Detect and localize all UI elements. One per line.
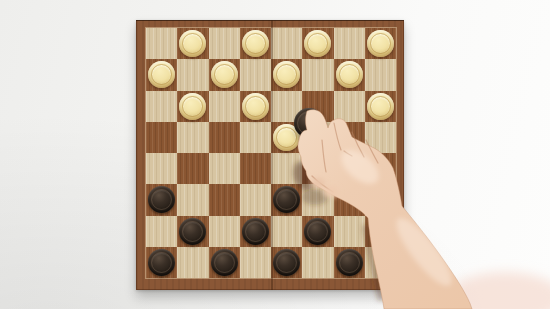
square-r5c3[interactable] (209, 153, 240, 184)
dark-piece-r8c3[interactable] (211, 249, 238, 276)
square-r2c8[interactable] (365, 59, 396, 90)
light-piece-r2c5[interactable] (273, 61, 300, 88)
square-r3c8[interactable] (365, 91, 396, 122)
square-r8c5[interactable] (271, 247, 302, 278)
square-r2c6[interactable] (302, 59, 333, 90)
square-r4c1[interactable] (146, 122, 177, 153)
square-r7c2[interactable] (177, 216, 208, 247)
square-r7c7[interactable] (334, 216, 365, 247)
square-r4c2[interactable] (177, 122, 208, 153)
light-piece-r2c7[interactable] (336, 61, 363, 88)
square-r2c2[interactable] (177, 59, 208, 90)
square-r5c6[interactable] (302, 153, 333, 184)
square-r2c3[interactable] (209, 59, 240, 90)
square-r6c3[interactable] (209, 184, 240, 215)
square-r1c8[interactable] (365, 28, 396, 59)
square-r1c1[interactable] (146, 28, 177, 59)
square-r5c7[interactable] (334, 153, 365, 184)
light-piece-r1c6[interactable] (304, 30, 331, 57)
dark-piece-r7c6[interactable] (304, 218, 331, 245)
light-piece-r3c2[interactable] (179, 93, 206, 120)
square-r2c5[interactable] (271, 59, 302, 90)
square-r5c4[interactable] (240, 153, 271, 184)
light-piece-r1c4[interactable] (242, 30, 269, 57)
square-r6c5[interactable] (271, 184, 302, 215)
square-r8c2[interactable] (177, 247, 208, 278)
square-r8c8[interactable] (365, 247, 396, 278)
light-piece-r3c4[interactable] (242, 93, 269, 120)
dark-piece-r8c7[interactable] (336, 249, 363, 276)
square-r4c4[interactable] (240, 122, 271, 153)
square-r8c7[interactable] (334, 247, 365, 278)
dark-piece-r7c4[interactable] (242, 218, 269, 245)
board-fold-seam (271, 20, 273, 290)
square-r4c3[interactable] (209, 122, 240, 153)
square-r4c7[interactable] (334, 122, 365, 153)
square-r3c2[interactable] (177, 91, 208, 122)
square-r6c7[interactable] (334, 184, 365, 215)
light-piece-r2c1[interactable] (148, 61, 175, 88)
square-r3c7[interactable] (334, 91, 365, 122)
square-r3c3[interactable] (209, 91, 240, 122)
square-r8c1[interactable] (146, 247, 177, 278)
square-r1c6[interactable] (302, 28, 333, 59)
square-r5c8[interactable] (365, 153, 396, 184)
dark-piece-r8c5[interactable] (273, 249, 300, 276)
checkers-board (136, 20, 404, 290)
square-r8c6[interactable] (302, 247, 333, 278)
light-piece-r3c8[interactable] (367, 93, 394, 120)
dark-piece-r6c1[interactable] (148, 186, 175, 213)
square-r2c4[interactable] (240, 59, 271, 90)
held-dark-piece[interactable] (294, 108, 324, 138)
square-r8c4[interactable] (240, 247, 271, 278)
light-piece-r2c3[interactable] (211, 61, 238, 88)
square-r6c8[interactable] (365, 184, 396, 215)
square-r6c1[interactable] (146, 184, 177, 215)
square-r6c6[interactable] (302, 184, 333, 215)
square-r3c4[interactable] (240, 91, 271, 122)
square-r1c5[interactable] (271, 28, 302, 59)
scene (0, 0, 550, 309)
dark-piece-r7c2[interactable] (179, 218, 206, 245)
square-r1c4[interactable] (240, 28, 271, 59)
square-r1c3[interactable] (209, 28, 240, 59)
light-piece-r1c8[interactable] (367, 30, 394, 57)
square-r7c5[interactable] (271, 216, 302, 247)
dark-piece-r8c1[interactable] (148, 249, 175, 276)
square-r5c1[interactable] (146, 153, 177, 184)
square-r7c6[interactable] (302, 216, 333, 247)
square-r7c3[interactable] (209, 216, 240, 247)
square-r2c1[interactable] (146, 59, 177, 90)
square-r6c2[interactable] (177, 184, 208, 215)
dark-piece-r6c5[interactable] (273, 186, 300, 213)
square-r3c1[interactable] (146, 91, 177, 122)
light-piece-r1c2[interactable] (179, 30, 206, 57)
square-r7c8[interactable] (365, 216, 396, 247)
square-r1c2[interactable] (177, 28, 208, 59)
square-r7c4[interactable] (240, 216, 271, 247)
square-r6c4[interactable] (240, 184, 271, 215)
square-r5c2[interactable] (177, 153, 208, 184)
square-r5c5[interactable] (271, 153, 302, 184)
square-r7c1[interactable] (146, 216, 177, 247)
square-r1c7[interactable] (334, 28, 365, 59)
square-r8c3[interactable] (209, 247, 240, 278)
square-r4c8[interactable] (365, 122, 396, 153)
square-r2c7[interactable] (334, 59, 365, 90)
